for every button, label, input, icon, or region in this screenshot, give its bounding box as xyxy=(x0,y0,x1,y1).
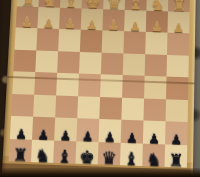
square-b6[interactable] xyxy=(143,98,166,121)
piece-bB: ♝ xyxy=(53,148,76,166)
chess-board-frame: ♜♞♝♚♛♝♞♜♟♟♟♟♟♟♟♟♟♟♟♟♟♟♟♟♜♞♝♚♛♝♞♜ xyxy=(2,0,196,177)
square-g4[interactable] xyxy=(35,50,58,73)
square-d8[interactable]: ♛ xyxy=(98,142,121,166)
square-g6[interactable] xyxy=(33,94,56,117)
square-f2[interactable]: ♟ xyxy=(59,7,82,29)
square-a6[interactable] xyxy=(166,99,188,122)
square-a8[interactable]: ♜ xyxy=(165,144,188,168)
square-h4[interactable] xyxy=(13,49,36,72)
piece-bB: ♝ xyxy=(120,150,143,168)
square-e5[interactable] xyxy=(78,74,101,97)
square-a3[interactable] xyxy=(167,33,189,56)
square-e3[interactable] xyxy=(80,30,103,53)
square-c8[interactable]: ♝ xyxy=(120,142,143,166)
piece-bR: ♜ xyxy=(9,146,32,164)
square-a4[interactable] xyxy=(167,54,189,77)
square-b1[interactable]: ♞ xyxy=(146,0,168,11)
square-g3[interactable] xyxy=(36,28,59,51)
square-h3[interactable] xyxy=(15,27,38,50)
square-h6[interactable] xyxy=(11,93,34,116)
square-d5[interactable] xyxy=(100,74,123,97)
square-b3[interactable] xyxy=(145,32,167,55)
square-f4[interactable] xyxy=(57,51,80,74)
square-e7[interactable]: ♟ xyxy=(76,118,99,141)
square-d7[interactable]: ♟ xyxy=(99,119,122,142)
square-b2[interactable]: ♟ xyxy=(146,10,168,32)
square-c6[interactable] xyxy=(121,97,144,120)
square-d6[interactable] xyxy=(99,97,122,120)
square-e6[interactable] xyxy=(77,96,100,119)
square-d2[interactable]: ♟ xyxy=(102,9,124,31)
square-g5[interactable] xyxy=(34,72,57,95)
square-a1[interactable]: ♜ xyxy=(168,0,190,12)
square-e2[interactable]: ♟ xyxy=(81,8,103,30)
square-h2[interactable]: ♟ xyxy=(16,6,39,28)
square-g7[interactable]: ♟ xyxy=(32,117,55,140)
chess-board: ♜♞♝♚♛♝♞♜♟♟♟♟♟♟♟♟♟♟♟♟♟♟♟♟♜♞♝♚♛♝♞♜ xyxy=(9,0,190,168)
square-f3[interactable] xyxy=(58,29,81,52)
square-b5[interactable] xyxy=(144,76,166,99)
piece-bK: ♚ xyxy=(75,148,98,166)
square-b8[interactable]: ♞ xyxy=(142,143,165,167)
square-f5[interactable] xyxy=(56,73,79,96)
table-surface xyxy=(0,168,200,177)
square-h5[interactable] xyxy=(12,71,35,94)
chessboard-photo: ♜♞♝♚♛♝♞♜♟♟♟♟♟♟♟♟♟♟♟♟♟♟♟♟♜♞♝♚♛♝♞♜ xyxy=(0,0,200,177)
square-f6[interactable] xyxy=(55,95,78,118)
square-a2[interactable]: ♟ xyxy=(167,11,189,33)
square-a7[interactable]: ♟ xyxy=(165,121,188,144)
square-f8[interactable]: ♝ xyxy=(53,140,76,164)
square-g2[interactable]: ♟ xyxy=(37,7,60,29)
square-c3[interactable] xyxy=(123,31,145,54)
square-c7[interactable]: ♟ xyxy=(121,120,144,143)
square-c5[interactable] xyxy=(122,75,145,98)
square-c4[interactable] xyxy=(123,53,145,76)
square-f7[interactable]: ♟ xyxy=(54,117,77,140)
square-a5[interactable] xyxy=(166,77,188,100)
square-e8[interactable]: ♚ xyxy=(75,141,98,165)
piece-bR: ♜ xyxy=(165,152,188,170)
square-d4[interactable] xyxy=(101,52,124,75)
square-g8[interactable]: ♞ xyxy=(31,139,54,163)
square-h7[interactable]: ♟ xyxy=(10,116,33,139)
square-h8[interactable]: ♜ xyxy=(9,138,32,162)
piece-bQ: ♛ xyxy=(98,149,121,167)
square-d3[interactable] xyxy=(102,30,124,53)
piece-bN: ♞ xyxy=(31,147,54,165)
square-c2[interactable]: ♟ xyxy=(124,9,146,31)
piece-bN: ♞ xyxy=(142,151,165,169)
square-b7[interactable]: ♟ xyxy=(143,120,166,143)
square-b4[interactable] xyxy=(145,54,167,77)
square-e4[interactable] xyxy=(79,51,102,74)
